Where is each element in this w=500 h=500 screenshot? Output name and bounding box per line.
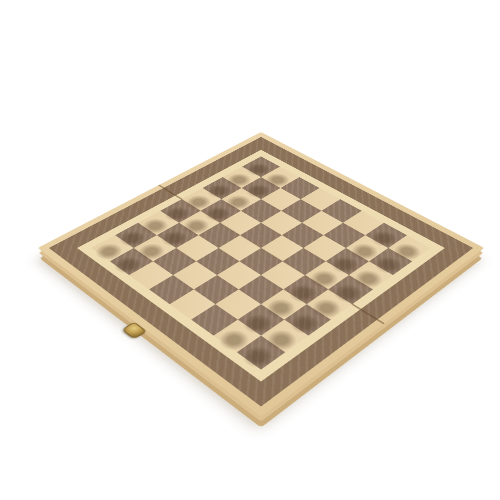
black-p-glyph: ♟ xyxy=(118,233,145,264)
square-h5[interactable] xyxy=(149,275,194,304)
board-face xyxy=(38,132,485,417)
square-g4[interactable] xyxy=(194,275,239,304)
square-g6[interactable] xyxy=(153,248,196,275)
white-r-glyph: ♜ xyxy=(242,311,281,354)
chess-board: ♜♞♝♛♚♝♞♜♟♟♟♟♟♟♟♟♟♟♟♟♟♟♟♟♜♞♝♛♚♝♞♜ xyxy=(38,132,485,417)
square-h4[interactable] xyxy=(170,289,216,319)
black-p-glyph: ♟ xyxy=(141,220,168,250)
square-f5[interactable] xyxy=(196,248,239,275)
square-g5[interactable] xyxy=(173,261,217,289)
product-photo-scene: ♜♞♝♛♚♝♞♜♟♟♟♟♟♟♟♟♟♟♟♟♟♟♟♟♜♞♝♛♚♝♞♜ xyxy=(0,0,500,500)
